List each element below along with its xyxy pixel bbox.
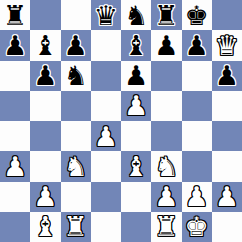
square-e3[interactable]: ♝ — [121, 151, 151, 181]
piece-black-king[interactable]: ♚ — [185, 2, 209, 29]
square-c1[interactable]: ♜ — [61, 212, 91, 242]
piece-white-pawn[interactable]: ♟ — [33, 183, 57, 210]
square-d5[interactable] — [91, 91, 121, 121]
square-e4[interactable] — [121, 121, 151, 151]
piece-black-pawn[interactable]: ♟ — [185, 32, 209, 59]
piece-white-knight[interactable]: ♞ — [154, 153, 178, 180]
piece-black-pawn[interactable]: ♟ — [154, 32, 178, 59]
square-a6[interactable] — [0, 61, 30, 91]
square-b4[interactable] — [30, 121, 60, 151]
piece-black-pawn[interactable]: ♟ — [33, 62, 57, 89]
piece-white-bishop[interactable]: ♝ — [33, 213, 57, 240]
square-b8[interactable] — [30, 0, 60, 30]
square-g7[interactable]: ♟ — [182, 30, 212, 60]
piece-white-knight[interactable]: ♞ — [64, 153, 88, 180]
square-b2[interactable]: ♟ — [30, 182, 60, 212]
square-a2[interactable] — [0, 182, 30, 212]
square-a5[interactable] — [0, 91, 30, 121]
square-d2[interactable] — [91, 182, 121, 212]
piece-white-pawn[interactable]: ♟ — [215, 183, 239, 210]
square-e2[interactable] — [121, 182, 151, 212]
piece-white-pawn[interactable]: ♟ — [124, 92, 148, 119]
piece-white-queen[interactable]: ♛ — [215, 32, 239, 59]
piece-black-bishop[interactable]: ♝ — [33, 32, 57, 59]
piece-black-knight[interactable]: ♞ — [124, 2, 148, 29]
square-h2[interactable]: ♟ — [212, 182, 242, 212]
square-a4[interactable] — [0, 121, 30, 151]
square-c8[interactable] — [61, 0, 91, 30]
square-f8[interactable]: ♜ — [151, 0, 181, 30]
piece-white-bishop[interactable]: ♝ — [124, 153, 148, 180]
piece-white-king[interactable]: ♚ — [185, 213, 209, 240]
square-f7[interactable]: ♟ — [151, 30, 181, 60]
square-e7[interactable]: ♝ — [121, 30, 151, 60]
square-g4[interactable] — [182, 121, 212, 151]
square-b1[interactable]: ♝ — [30, 212, 60, 242]
square-h8[interactable] — [212, 0, 242, 30]
square-h7[interactable]: ♛ — [212, 30, 242, 60]
piece-white-pawn[interactable]: ♟ — [94, 123, 118, 150]
piece-black-pawn[interactable]: ♟ — [64, 32, 88, 59]
square-b5[interactable] — [30, 91, 60, 121]
square-e5[interactable]: ♟ — [121, 91, 151, 121]
square-g2[interactable]: ♟ — [182, 182, 212, 212]
piece-black-pawn[interactable]: ♟ — [3, 32, 27, 59]
piece-white-rook[interactable]: ♜ — [154, 213, 178, 240]
square-b3[interactable] — [30, 151, 60, 181]
piece-black-knight[interactable]: ♞ — [64, 62, 88, 89]
square-a8[interactable]: ♜ — [0, 0, 30, 30]
square-c3[interactable]: ♞ — [61, 151, 91, 181]
square-e6[interactable]: ♟ — [121, 61, 151, 91]
piece-white-rook[interactable]: ♜ — [64, 213, 88, 240]
square-c2[interactable] — [61, 182, 91, 212]
square-h6[interactable]: ♟ — [212, 61, 242, 91]
square-h1[interactable] — [212, 212, 242, 242]
square-b7[interactable]: ♝ — [30, 30, 60, 60]
piece-white-pawn[interactable]: ♟ — [3, 153, 27, 180]
square-c6[interactable]: ♞ — [61, 61, 91, 91]
square-d7[interactable] — [91, 30, 121, 60]
square-h4[interactable] — [212, 121, 242, 151]
square-g1[interactable]: ♚ — [182, 212, 212, 242]
square-b6[interactable]: ♟ — [30, 61, 60, 91]
square-h3[interactable] — [212, 151, 242, 181]
chess-board: ♜♛♞♜♚♟♝♟♝♟♟♛♟♞♟♟♟♟♟♞♝♞♟♟♟♟♝♜♜♚ — [0, 0, 242, 242]
square-f3[interactable]: ♞ — [151, 151, 181, 181]
piece-black-rook[interactable]: ♜ — [154, 2, 178, 29]
piece-black-queen[interactable]: ♛ — [94, 2, 118, 29]
square-f5[interactable] — [151, 91, 181, 121]
piece-black-pawn[interactable]: ♟ — [124, 62, 148, 89]
square-f6[interactable] — [151, 61, 181, 91]
square-d6[interactable] — [91, 61, 121, 91]
square-c4[interactable] — [61, 121, 91, 151]
square-h5[interactable] — [212, 91, 242, 121]
square-d8[interactable]: ♛ — [91, 0, 121, 30]
square-c7[interactable]: ♟ — [61, 30, 91, 60]
square-e8[interactable]: ♞ — [121, 0, 151, 30]
piece-black-bishop[interactable]: ♝ — [124, 32, 148, 59]
piece-white-pawn[interactable]: ♟ — [154, 183, 178, 210]
square-e1[interactable] — [121, 212, 151, 242]
square-a3[interactable]: ♟ — [0, 151, 30, 181]
square-d1[interactable] — [91, 212, 121, 242]
square-f2[interactable]: ♟ — [151, 182, 181, 212]
piece-black-rook[interactable]: ♜ — [3, 2, 27, 29]
square-g3[interactable] — [182, 151, 212, 181]
piece-black-pawn[interactable]: ♟ — [215, 62, 239, 89]
square-g5[interactable] — [182, 91, 212, 121]
square-d4[interactable]: ♟ — [91, 121, 121, 151]
square-a1[interactable] — [0, 212, 30, 242]
square-d3[interactable] — [91, 151, 121, 181]
piece-white-pawn[interactable]: ♟ — [185, 183, 209, 210]
square-g8[interactable]: ♚ — [182, 0, 212, 30]
square-g6[interactable] — [182, 61, 212, 91]
square-c5[interactable] — [61, 91, 91, 121]
square-f4[interactable] — [151, 121, 181, 151]
square-f1[interactable]: ♜ — [151, 212, 181, 242]
square-a7[interactable]: ♟ — [0, 30, 30, 60]
